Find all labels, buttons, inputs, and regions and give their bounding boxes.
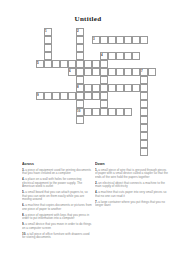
clue-item: 2. an electrical object that connects a … bbox=[95, 181, 168, 188]
grid-cell[interactable] bbox=[84, 68, 92, 76]
clue-item: 10. a tall piece of office furniture wit… bbox=[22, 232, 92, 239]
grid-cell[interactable] bbox=[148, 68, 156, 76]
grid-cell[interactable] bbox=[132, 52, 140, 60]
clue-item: 8. a piece of equipment with keys that y… bbox=[22, 213, 92, 220]
clue-number: 6 bbox=[69, 69, 71, 72]
grid-cell[interactable] bbox=[108, 68, 116, 76]
down-clue-list: 1. a small piece of wire that is pressed… bbox=[95, 168, 168, 207]
clue-item: 4. a place on a wall with holes for conn… bbox=[22, 178, 92, 189]
crossword-board: 12345678910 bbox=[36, 28, 157, 157]
clue-item-text: an electrical object that connects a mac… bbox=[95, 181, 165, 188]
grid-cell[interactable] bbox=[116, 36, 124, 44]
grid-cell[interactable] bbox=[44, 36, 52, 44]
grid-cell[interactable] bbox=[100, 76, 108, 84]
clue-item-text: a small device that you move in order to… bbox=[22, 223, 91, 230]
grid-cell[interactable] bbox=[92, 108, 100, 116]
down-clues-section: Down 1. a small piece of wire that is pr… bbox=[95, 162, 180, 255]
grid-cell[interactable] bbox=[140, 132, 148, 140]
grid-cell[interactable] bbox=[76, 68, 84, 76]
grid-cell[interactable] bbox=[76, 52, 84, 60]
clue-number: 3 bbox=[93, 37, 95, 40]
clue-item-text: a place on a wall with holes for connect… bbox=[22, 178, 82, 188]
grid-cell[interactable] bbox=[140, 100, 148, 108]
clue-item-text: a small piece of wire that is pressed th… bbox=[95, 168, 168, 178]
grid-cell[interactable] bbox=[92, 84, 100, 92]
page-title: Untitled bbox=[0, 15, 176, 23]
clue-item-text: a tall piece of office furniture with dr… bbox=[22, 232, 89, 239]
grid-cell[interactable] bbox=[140, 140, 148, 148]
grid-cell[interactable] bbox=[84, 84, 92, 92]
grid-cell[interactable] bbox=[116, 108, 124, 116]
grid-cell[interactable] bbox=[108, 84, 116, 92]
grid-cell[interactable] bbox=[100, 60, 108, 68]
grid-cell[interactable] bbox=[132, 68, 140, 76]
grid-cell[interactable] bbox=[76, 44, 84, 52]
grid-cell[interactable] bbox=[76, 76, 84, 84]
grid-cell[interactable] bbox=[116, 52, 124, 60]
clue-item-text: a piece of equipment used for printing d… bbox=[22, 168, 91, 175]
across-heading: Across bbox=[22, 162, 92, 166]
clue-item-text: a large container where you put things t… bbox=[95, 200, 165, 207]
grid-cell[interactable] bbox=[92, 68, 100, 76]
grid-cell[interactable] bbox=[76, 100, 84, 108]
grid-cell[interactable] bbox=[132, 36, 140, 44]
grid-cell[interactable] bbox=[100, 100, 108, 108]
clue-item: 5. a small board that you can attach pap… bbox=[22, 191, 92, 202]
clue-number: 8 bbox=[77, 85, 79, 88]
clue-item-text: a machine that cuts paper into very smal… bbox=[95, 191, 166, 198]
grid-cell[interactable] bbox=[124, 52, 132, 60]
clue-number: 10 bbox=[77, 109, 80, 112]
clue-number: 4 bbox=[101, 53, 103, 56]
grid-cell[interactable] bbox=[84, 60, 92, 68]
clue-number: 1 bbox=[45, 29, 47, 32]
clue-number: 2 bbox=[77, 29, 79, 32]
across-clue-list: 3. a piece of equipment used for printin… bbox=[22, 168, 92, 239]
grid-cell[interactable] bbox=[60, 60, 68, 68]
grid-cell[interactable] bbox=[68, 92, 76, 100]
grid-cell[interactable] bbox=[108, 52, 116, 60]
grid-cell[interactable] bbox=[92, 92, 100, 100]
clue-item-text: a piece of equipment with keys that you … bbox=[22, 213, 89, 220]
clue-item: 3. a piece of equipment used for printin… bbox=[22, 168, 92, 175]
grid-cell[interactable] bbox=[60, 92, 68, 100]
grid-cell[interactable] bbox=[124, 36, 132, 44]
clue-item-text: a small board that you can attach papers… bbox=[22, 191, 88, 201]
grid-cell[interactable] bbox=[140, 116, 148, 124]
clue-item: 4. a machine that cuts paper into very s… bbox=[95, 191, 168, 198]
clue-number: 9 bbox=[37, 93, 39, 96]
grid-cell[interactable] bbox=[44, 92, 52, 100]
grid-cell[interactable] bbox=[44, 52, 52, 60]
grid-cell[interactable] bbox=[108, 36, 116, 44]
clue-number: 7 bbox=[141, 69, 143, 72]
grid-cell[interactable] bbox=[100, 68, 108, 76]
grid-cell[interactable] bbox=[116, 84, 124, 92]
grid-cell[interactable] bbox=[84, 108, 92, 116]
grid-cell[interactable] bbox=[52, 92, 60, 100]
grid-cell[interactable] bbox=[100, 84, 108, 92]
grid-cell[interactable] bbox=[76, 92, 84, 100]
clue-item: 7. a large container where you put thing… bbox=[95, 200, 168, 207]
grid-cell[interactable] bbox=[68, 60, 76, 68]
grid-cell[interactable] bbox=[124, 108, 132, 116]
grid-cell[interactable] bbox=[84, 92, 92, 100]
clue-item: 1. a small piece of wire that is pressed… bbox=[95, 168, 168, 179]
grid-cell[interactable] bbox=[140, 84, 148, 92]
grid-cell[interactable] bbox=[116, 68, 124, 76]
grid-cell[interactable] bbox=[76, 36, 84, 44]
grid-cell[interactable] bbox=[100, 36, 108, 44]
clue-number: 5 bbox=[37, 61, 39, 64]
grid-cell[interactable] bbox=[100, 92, 108, 100]
grid-cell[interactable] bbox=[140, 124, 148, 132]
grid-cell[interactable] bbox=[132, 84, 140, 92]
grid-cell[interactable] bbox=[108, 108, 116, 116]
grid-cell[interactable] bbox=[76, 60, 84, 68]
grid-cell[interactable] bbox=[140, 36, 148, 44]
grid-cell[interactable] bbox=[52, 60, 60, 68]
grid-cell[interactable] bbox=[100, 108, 108, 116]
grid-cell[interactable] bbox=[140, 92, 148, 100]
grid-cell[interactable] bbox=[92, 60, 100, 68]
grid-cell[interactable] bbox=[124, 84, 132, 92]
grid-cell[interactable] bbox=[140, 148, 148, 156]
grid-cell[interactable] bbox=[140, 76, 148, 84]
grid-cell[interactable] bbox=[124, 68, 132, 76]
clue-item: 6. a machine that copies documents or pi… bbox=[22, 204, 92, 211]
clue-item-text: a machine that copies documents or pictu… bbox=[22, 204, 92, 211]
grid-cell[interactable] bbox=[44, 60, 52, 68]
down-heading: Down bbox=[95, 162, 168, 166]
grid-cell[interactable] bbox=[140, 108, 148, 116]
grid-cell[interactable] bbox=[44, 44, 52, 52]
clue-item: 9. a small device that you move in order… bbox=[22, 223, 92, 230]
grid-cell[interactable] bbox=[76, 116, 84, 124]
